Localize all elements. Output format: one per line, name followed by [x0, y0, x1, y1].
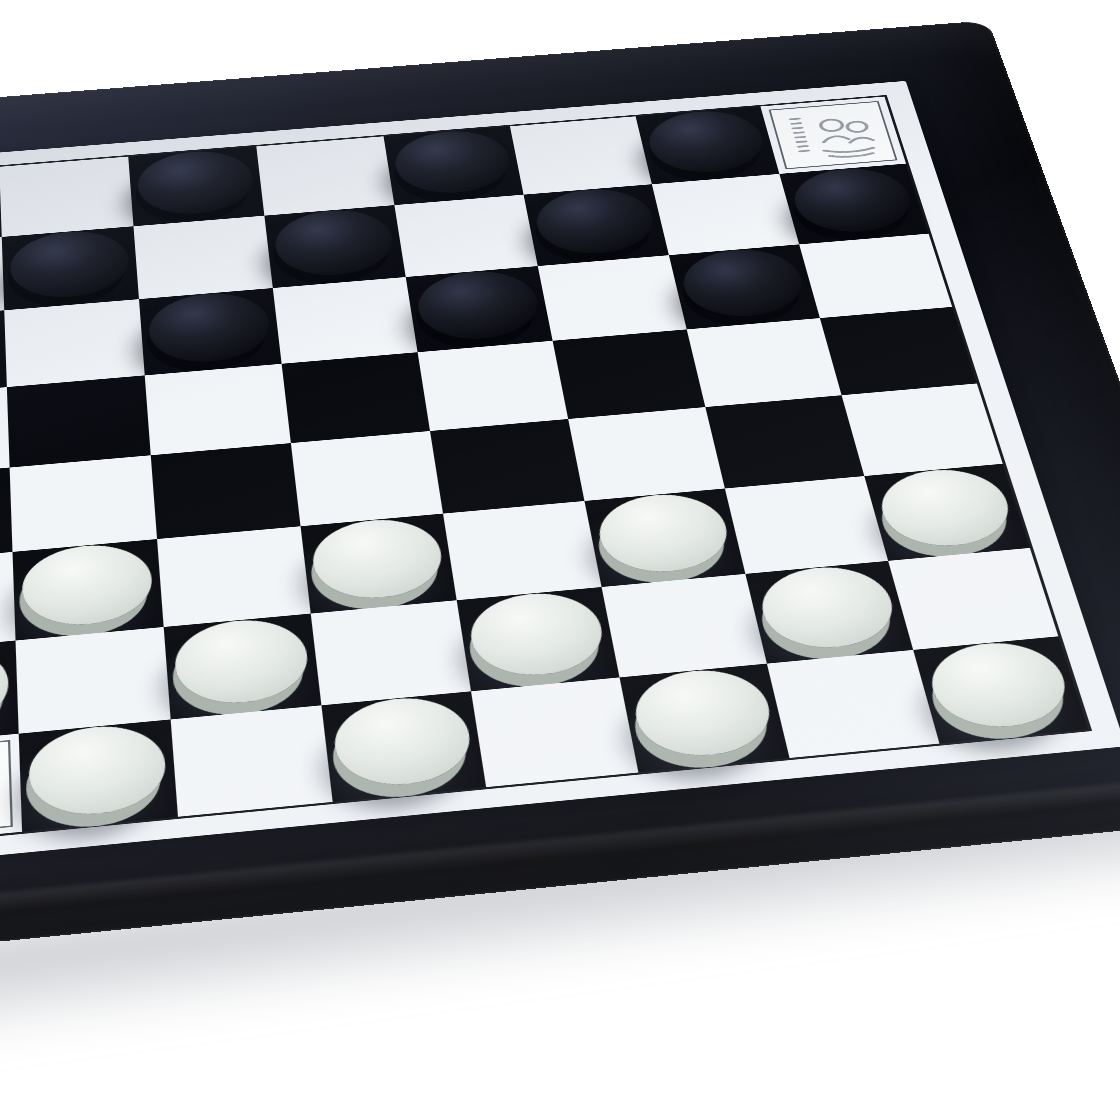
- square-c3[interactable]: [157, 526, 311, 627]
- white-piece-d1[interactable]: [331, 693, 476, 790]
- black-piece-e6[interactable]: [414, 267, 543, 343]
- square-f7[interactable]: [524, 184, 669, 266]
- square-g6[interactable]: [669, 244, 820, 329]
- square-d8[interactable]: [256, 136, 394, 215]
- brand-logo-icon: [0, 740, 13, 840]
- square-b1[interactable]: [19, 719, 178, 831]
- white-piece-b1[interactable]: [28, 721, 168, 820]
- square-b4[interactable]: [10, 455, 157, 552]
- square-c1[interactable]: [171, 705, 333, 816]
- white-piece-g2[interactable]: [754, 563, 901, 653]
- white-piece-h1[interactable]: [922, 638, 1076, 732]
- square-g5[interactable]: [687, 318, 842, 407]
- square-h5[interactable]: [820, 307, 977, 395]
- white-piece-h3[interactable]: [873, 465, 1018, 550]
- checkers-board: [0, 20, 1120, 971]
- square-e7[interactable]: [394, 195, 537, 277]
- white-piece-b3[interactable]: [21, 541, 154, 630]
- square-h4[interactable]: [842, 383, 1003, 476]
- square-b8[interactable]: [0, 157, 133, 237]
- black-piece-c6[interactable]: [147, 289, 272, 366]
- square-b6[interactable]: [4, 299, 144, 387]
- board-frame: [0, 20, 1120, 971]
- perspective-wrapper: [0, 0, 1120, 1120]
- square-f5[interactable]: [553, 329, 706, 419]
- white-piece-f3[interactable]: [593, 490, 734, 576]
- square-e4[interactable]: [430, 419, 584, 514]
- square-f1[interactable]: [620, 664, 790, 773]
- square-d6[interactable]: [273, 277, 418, 364]
- black-piece-e8[interactable]: [391, 128, 514, 197]
- black-piece-c8[interactable]: [136, 148, 256, 218]
- square-c5[interactable]: [145, 364, 291, 455]
- square-e2[interactable]: [457, 587, 620, 691]
- square-h7[interactable]: [779, 164, 928, 245]
- square-e1[interactable]: [471, 677, 638, 787]
- square-g1[interactable]: [767, 650, 940, 758]
- square-h6[interactable]: [799, 234, 952, 318]
- square-c7[interactable]: [133, 216, 272, 299]
- square-e5[interactable]: [418, 341, 569, 431]
- white-piece-e2[interactable]: [466, 589, 609, 681]
- black-piece-h7[interactable]: [787, 165, 918, 236]
- black-piece-g6[interactable]: [677, 246, 810, 321]
- square-g4[interactable]: [705, 395, 864, 488]
- square-h3[interactable]: [864, 464, 1030, 561]
- square-b2[interactable]: [16, 627, 171, 734]
- square-h8[interactable]: [760, 97, 906, 174]
- square-h2[interactable]: [888, 548, 1058, 650]
- square-d7[interactable]: [264, 205, 405, 288]
- square-e3[interactable]: [443, 501, 602, 600]
- white-piece-f1[interactable]: [629, 665, 778, 761]
- square-f2[interactable]: [602, 574, 767, 678]
- square-d2[interactable]: [311, 600, 471, 705]
- square-d1[interactable]: [321, 691, 486, 802]
- black-piece-f7[interactable]: [531, 186, 659, 258]
- square-e6[interactable]: [406, 266, 553, 352]
- white-piece-c2[interactable]: [173, 615, 312, 708]
- square-c2[interactable]: [164, 614, 322, 720]
- square-f4[interactable]: [568, 407, 725, 501]
- white-piece-d3[interactable]: [309, 515, 446, 603]
- square-c6[interactable]: [139, 288, 282, 375]
- square-g8[interactable]: [636, 106, 780, 184]
- white-piece-a2[interactable]: [0, 642, 9, 736]
- square-e8[interactable]: [384, 126, 524, 205]
- board-margin: [0, 81, 1120, 871]
- square-c8[interactable]: [128, 146, 264, 226]
- square-b7[interactable]: [2, 226, 139, 310]
- square-f3[interactable]: [584, 488, 745, 587]
- square-d3[interactable]: [301, 514, 457, 614]
- square-c4[interactable]: [151, 443, 301, 539]
- square-h1[interactable]: [913, 636, 1088, 743]
- photo-scene: [0, 0, 1120, 1120]
- black-piece-d7[interactable]: [272, 206, 396, 279]
- square-f8[interactable]: [510, 116, 652, 194]
- square-d4[interactable]: [291, 431, 443, 526]
- brand-logo-icon: [769, 101, 897, 169]
- square-b5[interactable]: [7, 375, 151, 467]
- square-b3[interactable]: [13, 539, 164, 640]
- square-g2[interactable]: [745, 561, 913, 664]
- board-grid: [0, 95, 1092, 849]
- square-f6[interactable]: [538, 255, 687, 341]
- square-g3[interactable]: [725, 476, 888, 574]
- square-g7[interactable]: [652, 174, 799, 255]
- black-piece-b7[interactable]: [10, 228, 131, 302]
- square-d5[interactable]: [282, 352, 430, 443]
- black-piece-g8[interactable]: [643, 108, 769, 176]
